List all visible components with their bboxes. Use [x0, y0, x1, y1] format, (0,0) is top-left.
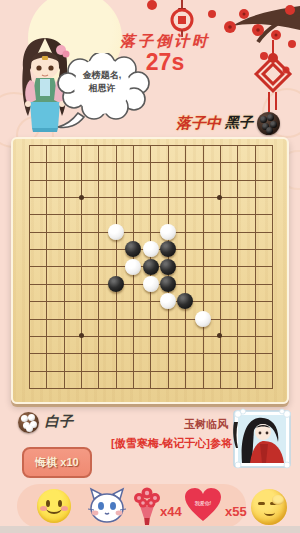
black-stone — [108, 276, 124, 292]
white-stone — [108, 224, 124, 240]
white-stone — [160, 293, 176, 309]
chinese-knot-icon — [256, 40, 290, 112]
black-stone — [177, 293, 193, 309]
black-stone — [143, 259, 159, 275]
star-point — [217, 333, 222, 338]
white-stone — [143, 241, 159, 257]
game-screen: 金榜题名, 相思许 落子倒计时 27s 落子中 黑子 白子 玉树临风 [傲雪寒梅… — [0, 0, 300, 533]
bouquet-count: x44 — [160, 504, 182, 519]
turn-piece-label: 黑子 — [225, 114, 253, 132]
heart-text: 我爱你! — [183, 500, 223, 506]
black-stone — [160, 241, 176, 257]
smiley-emote-button[interactable] — [37, 489, 71, 523]
countdown-timer: 27s — [92, 49, 238, 76]
black-stones-bowl-icon — [257, 112, 280, 135]
undo-button-label: 悔棋 x10 — [35, 455, 78, 470]
white-stone — [195, 311, 211, 327]
cat-emote-button[interactable] — [88, 487, 126, 525]
bouquet-emote-button[interactable] — [130, 486, 164, 526]
star-point — [79, 333, 84, 338]
opponent-title: [傲雪寒梅-铭记于心]参将 — [111, 436, 232, 451]
white-tray-label: 白子 — [45, 413, 73, 431]
undo-button[interactable]: 悔棋 x10 — [22, 447, 92, 478]
moonface-emote-button[interactable] — [251, 489, 287, 525]
white-stones-bowl-icon — [18, 412, 39, 433]
heart-count: x55 — [225, 504, 247, 519]
turn-label: 落子中 — [176, 114, 221, 133]
white-stone — [160, 224, 176, 240]
black-stone — [160, 276, 176, 292]
bubble-line2: 相思许 — [56, 82, 148, 95]
star-point — [217, 195, 222, 200]
heart-emote-button[interactable]: 我爱你! — [183, 487, 223, 523]
board-grid[interactable] — [29, 145, 273, 389]
gomoku-board[interactable] — [11, 137, 289, 404]
opponent-name: 玉树临风 — [184, 417, 228, 432]
white-stone — [125, 259, 141, 275]
white-tray: 白子 — [18, 410, 128, 434]
black-stone — [125, 241, 141, 257]
star-point — [79, 195, 84, 200]
bottom-strip — [0, 526, 300, 533]
turn-indicator: 落子中 黑子 — [160, 110, 280, 136]
white-stone — [143, 276, 159, 292]
black-stone — [160, 259, 176, 275]
opponent-avatar[interactable] — [232, 408, 292, 470]
